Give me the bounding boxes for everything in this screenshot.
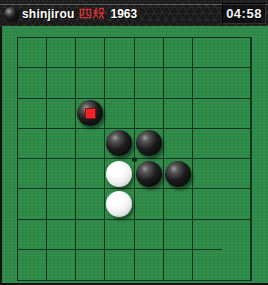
cell-a2[interactable] xyxy=(18,68,47,98)
cell-f8[interactable] xyxy=(164,250,193,280)
cell-a6[interactable] xyxy=(18,189,47,219)
cell-h2[interactable] xyxy=(222,68,251,98)
cell-d3[interactable] xyxy=(105,99,134,129)
cell-h8[interactable] xyxy=(222,250,251,280)
player-rank-kanji xyxy=(79,7,105,20)
cell-g4[interactable] xyxy=(193,129,222,159)
board-area xyxy=(2,26,268,283)
cell-c6[interactable] xyxy=(76,189,105,219)
cell-f3[interactable] xyxy=(164,99,193,129)
cell-h4[interactable] xyxy=(222,129,251,159)
cell-d8[interactable] xyxy=(105,250,134,280)
board-grid xyxy=(17,37,252,281)
clock-display: 04:58 xyxy=(226,6,262,21)
cell-g1[interactable] xyxy=(193,38,222,68)
cell-b1[interactable] xyxy=(47,38,76,68)
cell-d2[interactable] xyxy=(105,68,134,98)
black-stone-e4 xyxy=(136,130,162,156)
cell-f1[interactable] xyxy=(164,38,193,68)
cell-b6[interactable] xyxy=(47,189,76,219)
cell-d7[interactable] xyxy=(105,220,134,250)
cell-b2[interactable] xyxy=(47,68,76,98)
cell-c2[interactable] xyxy=(76,68,105,98)
cell-e7[interactable] xyxy=(135,220,164,250)
cell-a4[interactable] xyxy=(18,129,47,159)
cell-c1[interactable] xyxy=(76,38,105,68)
cell-f7[interactable] xyxy=(164,220,193,250)
cell-d1[interactable] xyxy=(105,38,134,68)
cell-e4[interactable] xyxy=(135,129,164,159)
cell-e6[interactable] xyxy=(135,189,164,219)
cell-h6[interactable] xyxy=(222,189,251,219)
cell-d6[interactable] xyxy=(105,189,134,219)
cell-c5[interactable] xyxy=(76,159,105,189)
cell-b4[interactable] xyxy=(47,129,76,159)
timer-box: 04:58 xyxy=(222,3,266,24)
cell-a1[interactable] xyxy=(18,38,47,68)
black-stone-c3 xyxy=(77,100,103,126)
black-stone-e5 xyxy=(136,161,162,187)
cell-f5[interactable] xyxy=(164,159,193,189)
cell-g2[interactable] xyxy=(193,68,222,98)
cell-h3[interactable] xyxy=(222,99,251,129)
cell-c4[interactable] xyxy=(76,129,105,159)
last-move-marker xyxy=(85,108,96,119)
player-rating: 1963 xyxy=(110,7,137,21)
black-stone-d4 xyxy=(106,130,132,156)
cell-b8[interactable] xyxy=(47,250,76,280)
cell-a5[interactable] xyxy=(18,159,47,189)
cell-a3[interactable] xyxy=(18,99,47,129)
cell-d5[interactable] xyxy=(105,159,134,189)
cell-e1[interactable] xyxy=(135,38,164,68)
cell-b3[interactable] xyxy=(47,99,76,129)
cell-g8[interactable] xyxy=(193,250,222,280)
cell-g5[interactable] xyxy=(193,159,222,189)
cell-g7[interactable] xyxy=(193,220,222,250)
cell-e8[interactable] xyxy=(135,250,164,280)
cell-f4[interactable] xyxy=(164,129,193,159)
black-stone-f5 xyxy=(165,161,191,187)
game-window: shinjirou 1963 0 xyxy=(0,0,268,285)
cell-c7[interactable] xyxy=(76,220,105,250)
player-name: shinjirou xyxy=(22,7,74,21)
white-stone-d5 xyxy=(106,161,132,187)
cell-f2[interactable] xyxy=(164,68,193,98)
cell-a8[interactable] xyxy=(18,250,47,280)
cell-a7[interactable] xyxy=(18,220,47,250)
player-info-bar: shinjirou 1963 0 xyxy=(0,0,268,26)
cell-e5[interactable] xyxy=(135,159,164,189)
cell-d4[interactable] xyxy=(105,129,134,159)
window-left-edge xyxy=(0,26,2,285)
player-black-stone-icon xyxy=(4,7,18,21)
cell-h7[interactable] xyxy=(222,220,251,250)
cell-g6[interactable] xyxy=(193,189,222,219)
cell-h5[interactable] xyxy=(222,159,251,189)
cell-c8[interactable] xyxy=(76,250,105,280)
white-stone-d6 xyxy=(106,191,132,217)
cell-e3[interactable] xyxy=(135,99,164,129)
cell-e2[interactable] xyxy=(135,68,164,98)
cell-g3[interactable] xyxy=(193,99,222,129)
cell-f6[interactable] xyxy=(164,189,193,219)
cell-b7[interactable] xyxy=(47,220,76,250)
cell-c3[interactable] xyxy=(76,99,105,129)
cell-b5[interactable] xyxy=(47,159,76,189)
cell-h1[interactable] xyxy=(222,38,251,68)
